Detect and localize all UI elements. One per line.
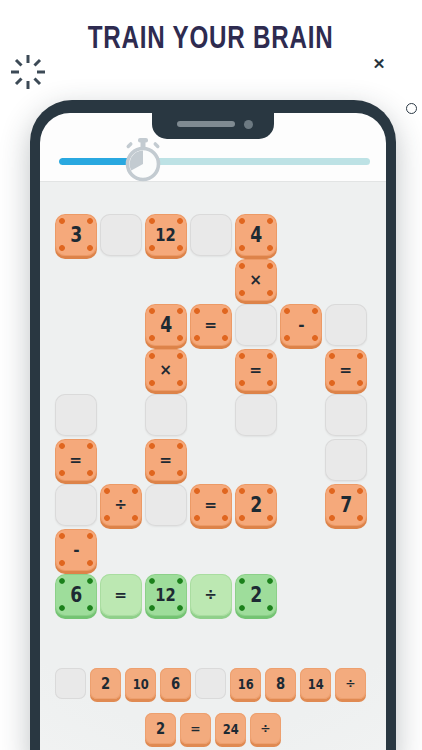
tile-glyph: 16 bbox=[238, 677, 254, 691]
fixed-tile-=: = bbox=[190, 304, 232, 346]
empty-slot[interactable] bbox=[325, 394, 367, 436]
board-gap bbox=[55, 349, 97, 391]
phone-screen: 3124×4=-×====÷=27-6=12÷2 210616814÷ 2=24… bbox=[40, 113, 386, 750]
tray-tile-8[interactable]: 8 bbox=[265, 668, 296, 699]
tile-glyph: = bbox=[205, 497, 218, 513]
empty-slot[interactable] bbox=[235, 304, 277, 346]
fixed-tile-3: 3 bbox=[55, 214, 97, 256]
tray-tile-÷[interactable]: ÷ bbox=[250, 713, 281, 744]
board-gap bbox=[100, 349, 142, 391]
board-gap bbox=[280, 484, 322, 526]
timer-progress-bar bbox=[59, 158, 370, 165]
board-gap bbox=[100, 259, 142, 301]
board-gap bbox=[190, 529, 232, 571]
board-gap bbox=[145, 259, 187, 301]
fixed-tile--: - bbox=[280, 304, 322, 346]
tray-tile-10[interactable]: 10 bbox=[125, 668, 156, 699]
board-gap bbox=[55, 259, 97, 301]
solved-tile-6: 6 bbox=[55, 574, 97, 616]
tile-glyph: - bbox=[298, 317, 304, 333]
board-gap bbox=[190, 259, 232, 301]
decorative-circle bbox=[406, 103, 417, 114]
tile-glyph: 7 bbox=[340, 495, 352, 516]
tray-tile-÷[interactable]: ÷ bbox=[335, 668, 366, 699]
board-gap bbox=[325, 259, 367, 301]
tile-glyph: 14 bbox=[308, 677, 324, 691]
board-gap bbox=[190, 394, 232, 436]
tile-glyph: 2 bbox=[250, 495, 262, 516]
board-gap bbox=[100, 529, 142, 571]
tile-glyph: ÷ bbox=[260, 722, 270, 735]
camera-dot bbox=[244, 120, 253, 129]
fixed-tile-12: 12 bbox=[145, 214, 187, 256]
board-gap bbox=[280, 259, 322, 301]
tile-glyph: 6 bbox=[171, 676, 180, 692]
tile-glyph: = bbox=[250, 362, 263, 378]
phone-mockup: 3124×4=-×====÷=27-6=12÷2 210616814÷ 2=24… bbox=[30, 100, 396, 750]
board-gap bbox=[325, 529, 367, 571]
board-gap bbox=[325, 214, 367, 256]
fixed-tile-7: 7 bbox=[325, 484, 367, 526]
fixed-tile-4: 4 bbox=[235, 214, 277, 256]
empty-slot[interactable] bbox=[145, 394, 187, 436]
fixed-tile-×: × bbox=[145, 349, 187, 391]
fixed-tile-=: = bbox=[145, 439, 187, 481]
tile-glyph: 4 bbox=[160, 315, 172, 336]
empty-slot[interactable] bbox=[55, 394, 97, 436]
board-gap bbox=[325, 574, 367, 616]
placed-tile-=[interactable]: = bbox=[100, 574, 142, 616]
tile-glyph: ÷ bbox=[205, 587, 218, 603]
tray-tile-=[interactable]: = bbox=[180, 713, 211, 744]
tile-glyph: = bbox=[340, 362, 353, 378]
tile-glyph: × bbox=[160, 362, 173, 378]
tile-glyph: ÷ bbox=[345, 677, 355, 690]
placed-tile-÷[interactable]: ÷ bbox=[190, 574, 232, 616]
board-gap bbox=[280, 394, 322, 436]
tray-tile-2[interactable]: 2 bbox=[90, 668, 121, 699]
tile-glyph: = bbox=[160, 452, 173, 468]
board-gap bbox=[55, 304, 97, 346]
tile-glyph: 24 bbox=[223, 722, 239, 736]
speaker-slot bbox=[177, 121, 235, 127]
empty-slot[interactable] bbox=[145, 484, 187, 526]
board-gap bbox=[280, 529, 322, 571]
puzzle-board: 3124×4=-×====÷=27-6=12÷2 210616814÷ 2=24… bbox=[40, 182, 386, 750]
board-gap bbox=[235, 529, 277, 571]
tile-glyph: 4 bbox=[250, 225, 262, 246]
tile-glyph: 8 bbox=[276, 676, 285, 692]
board-gap bbox=[100, 394, 142, 436]
board-gap bbox=[190, 439, 232, 481]
loading-spinner-icon bbox=[8, 52, 48, 92]
tray-tile-6[interactable]: 6 bbox=[160, 668, 191, 699]
fixed-tile-=: = bbox=[235, 349, 277, 391]
tray-tile-16[interactable]: 16 bbox=[230, 668, 261, 699]
close-icon[interactable]: ✕ bbox=[369, 54, 389, 74]
board-gap bbox=[235, 439, 277, 481]
tile-tray-row-1: 210616814÷ bbox=[55, 668, 366, 699]
solved-tile-2: 2 bbox=[235, 574, 277, 616]
tray-tile-14[interactable]: 14 bbox=[300, 668, 331, 699]
tile-glyph: = bbox=[70, 452, 83, 468]
puzzle-grid: 3124×4=-×====÷=27-6=12÷2 bbox=[55, 214, 367, 616]
board-gap bbox=[100, 439, 142, 481]
page-title: TRAIN YOUR BRAIN bbox=[0, 20, 422, 56]
fixed-tile-=: = bbox=[55, 439, 97, 481]
board-gap bbox=[280, 439, 322, 481]
tile-tray-row-2: 2=24÷ bbox=[40, 713, 386, 744]
tray-empty-slot bbox=[195, 668, 226, 699]
stopwatch-icon bbox=[119, 138, 167, 182]
empty-slot[interactable] bbox=[235, 394, 277, 436]
tile-glyph: 2 bbox=[156, 721, 165, 737]
tile-glyph: 6 bbox=[70, 585, 82, 606]
board-gap bbox=[280, 574, 322, 616]
empty-slot[interactable] bbox=[325, 439, 367, 481]
tile-glyph: × bbox=[250, 272, 263, 288]
phone-notch bbox=[152, 113, 274, 139]
solved-tile-12: 12 bbox=[145, 574, 187, 616]
fixed-tile-×: × bbox=[235, 259, 277, 301]
tile-glyph: - bbox=[73, 542, 79, 558]
tray-tile-2[interactable]: 2 bbox=[145, 713, 176, 744]
tray-empty-slot bbox=[55, 668, 86, 699]
tile-glyph: 3 bbox=[70, 225, 82, 246]
board-gap bbox=[145, 529, 187, 571]
tile-glyph: ÷ bbox=[115, 497, 128, 513]
tile-glyph: = bbox=[115, 587, 128, 603]
fixed-tile-=: = bbox=[190, 484, 232, 526]
tile-glyph: 2 bbox=[250, 585, 262, 606]
tile-glyph: 12 bbox=[156, 226, 177, 244]
fixed-tile-2: 2 bbox=[235, 484, 277, 526]
fixed-tile-÷: ÷ bbox=[100, 484, 142, 526]
tile-glyph: = bbox=[205, 317, 218, 333]
page-title-text: TRAIN YOUR BRAIN bbox=[88, 20, 334, 56]
board-gap bbox=[190, 349, 232, 391]
tile-glyph: 10 bbox=[133, 677, 149, 691]
tile-glyph: = bbox=[190, 722, 200, 735]
fixed-tile-=: = bbox=[325, 349, 367, 391]
empty-slot[interactable] bbox=[190, 214, 232, 256]
empty-slot[interactable] bbox=[55, 484, 97, 526]
tray-tile-24[interactable]: 24 bbox=[215, 713, 246, 744]
tile-glyph: 2 bbox=[101, 676, 110, 692]
empty-slot[interactable] bbox=[325, 304, 367, 346]
fixed-tile--: - bbox=[55, 529, 97, 571]
board-gap bbox=[280, 349, 322, 391]
board-gap bbox=[280, 214, 322, 256]
empty-slot[interactable] bbox=[100, 214, 142, 256]
fixed-tile-4: 4 bbox=[145, 304, 187, 346]
tile-glyph: 12 bbox=[156, 586, 177, 604]
board-gap bbox=[100, 304, 142, 346]
